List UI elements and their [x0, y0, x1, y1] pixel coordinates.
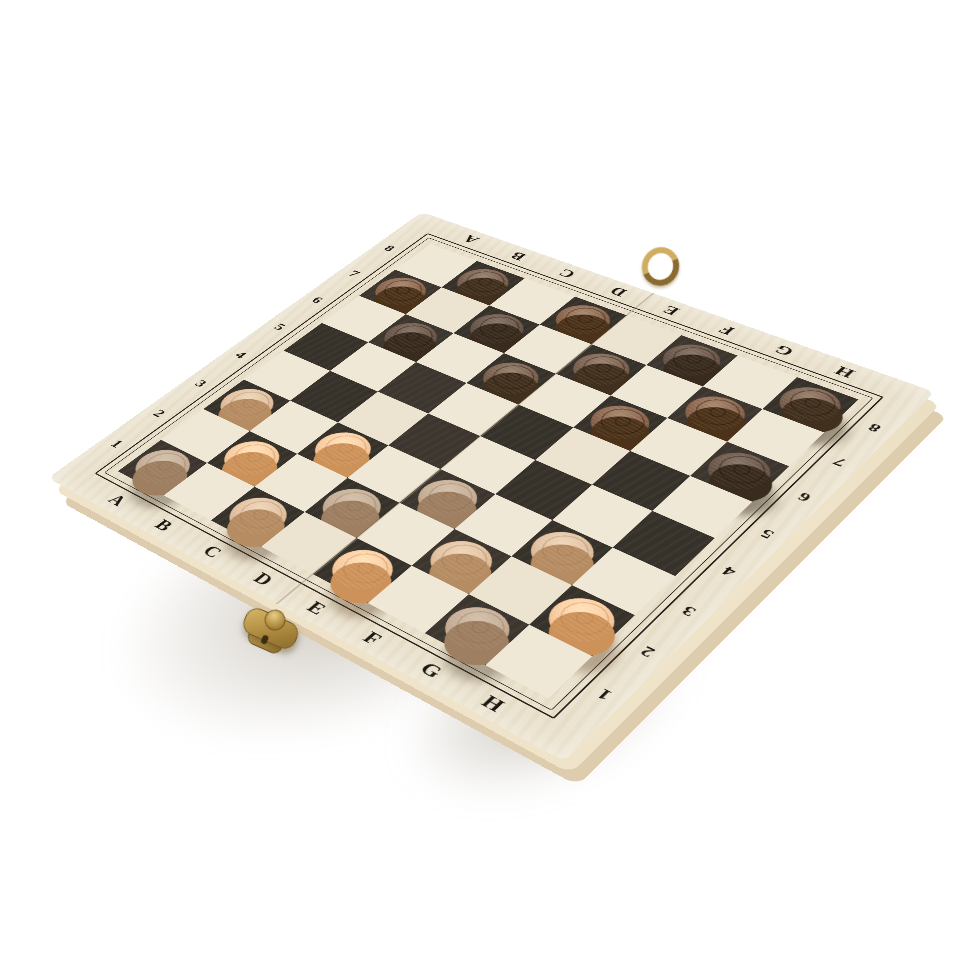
- checkers-board: ABCDEFGH ABCDEFGH 87654321 87654321: [48, 212, 935, 762]
- hinge-hook-icon: [636, 241, 685, 291]
- board-grid: [118, 244, 858, 698]
- file-label: A: [440, 225, 503, 253]
- product-photo-stage: ABCDEFGH ABCDEFGH 87654321 87654321: [0, 0, 960, 960]
- file-label: B: [486, 242, 550, 271]
